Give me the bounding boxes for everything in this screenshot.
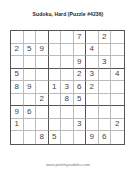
cell-r3c6: 9 [74, 56, 87, 69]
cell-r1c8: 2 [99, 31, 112, 44]
cell-r6c6: 5 [74, 94, 87, 107]
cell-r8c1: 1 [11, 119, 24, 132]
cell-r2c7: 4 [86, 44, 99, 57]
cell-r5c7: 2 [86, 81, 99, 94]
cell-r6c3: 2 [36, 94, 49, 107]
cell-r9c2 [24, 131, 37, 144]
cell-r3c9 [111, 56, 124, 69]
cell-r1c2 [24, 31, 37, 44]
cell-r1c5 [61, 31, 74, 44]
cell-r4c9: 4 [111, 69, 124, 82]
cell-r4c2 [24, 69, 37, 82]
cell-r5c4: 1 [49, 81, 62, 94]
cell-r9c7: 9 [86, 131, 99, 144]
cell-r1c4 [49, 31, 62, 44]
cell-r1c1 [11, 31, 24, 44]
footer-url: www.printmysudoku.com [0, 162, 136, 167]
cell-r8c9: 2 [111, 119, 124, 132]
sudoku-sheet: Sudoku, Hard (Puzzle #4236) 722594935234… [0, 0, 136, 176]
cell-r6c1 [11, 94, 24, 107]
cell-r1c9 [111, 31, 124, 44]
cell-r7c2: 6 [24, 106, 37, 119]
cell-r8c4 [49, 119, 62, 132]
cell-r2c6 [74, 44, 87, 57]
cell-r3c5 [61, 56, 74, 69]
cell-r9c3: 8 [36, 131, 49, 144]
cell-r8c2 [24, 119, 37, 132]
cell-r4c3 [36, 69, 49, 82]
cell-r2c2: 5 [24, 44, 37, 57]
cell-r5c8 [99, 81, 112, 94]
sudoku-grid: 722594935234891362285961328596 [10, 30, 125, 145]
cell-r3c3 [36, 56, 49, 69]
cell-r8c6: 3 [74, 119, 87, 132]
cell-r7c3 [36, 106, 49, 119]
cell-r6c5: 8 [61, 94, 74, 107]
cell-r7c5 [61, 106, 74, 119]
cell-r2c5 [61, 44, 74, 57]
cell-r5c1: 8 [11, 81, 24, 94]
cell-r4c8 [99, 69, 112, 82]
cell-r3c4 [49, 56, 62, 69]
cell-r4c4 [49, 69, 62, 82]
cell-r7c8 [99, 106, 112, 119]
cell-r6c2 [24, 94, 37, 107]
page-title: Sudoku, Hard (Puzzle #4236) [0, 11, 136, 17]
cell-r3c8: 3 [99, 56, 112, 69]
cell-r5c3 [36, 81, 49, 94]
cell-r6c4 [49, 94, 62, 107]
cell-r7c7 [86, 106, 99, 119]
cell-r6c8 [99, 94, 112, 107]
cell-r9c1 [11, 131, 24, 144]
cell-r7c1: 9 [11, 106, 24, 119]
cell-r5c6: 6 [74, 81, 87, 94]
cell-r8c8 [99, 119, 112, 132]
cell-r6c7 [86, 94, 99, 107]
cell-r2c9 [111, 44, 124, 57]
cell-r4c6: 2 [74, 69, 87, 82]
cell-r6c9 [111, 94, 124, 107]
cell-r3c1 [11, 56, 24, 69]
cell-r4c5 [61, 69, 74, 82]
cell-r5c9 [111, 81, 124, 94]
cell-r3c2 [24, 56, 37, 69]
cell-r1c6: 7 [74, 31, 87, 44]
cell-r4c7: 3 [86, 69, 99, 82]
cell-r9c5 [61, 131, 74, 144]
cell-r2c3: 9 [36, 44, 49, 57]
cell-r8c7 [86, 119, 99, 132]
cell-r7c6 [74, 106, 87, 119]
cell-r2c1: 2 [11, 44, 24, 57]
cell-r1c7 [86, 31, 99, 44]
cell-r9c8: 6 [99, 131, 112, 144]
cell-r5c2: 9 [24, 81, 37, 94]
cell-r4c1: 5 [11, 69, 24, 82]
cell-r7c4 [49, 106, 62, 119]
cell-r8c5 [61, 119, 74, 132]
cell-r5c5: 3 [61, 81, 74, 94]
cell-r9c6 [74, 131, 87, 144]
cell-r8c3 [36, 119, 49, 132]
cell-r2c8 [99, 44, 112, 57]
cell-r2c4 [49, 44, 62, 57]
cell-r9c4: 5 [49, 131, 62, 144]
cell-r9c9 [111, 131, 124, 144]
cell-r7c9 [111, 106, 124, 119]
cell-r3c7 [86, 56, 99, 69]
cell-r1c3 [36, 31, 49, 44]
